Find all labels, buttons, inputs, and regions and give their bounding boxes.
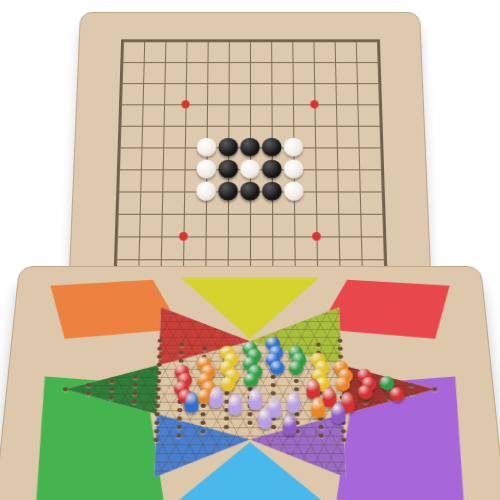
white-go-stone[interactable]: [284, 138, 304, 157]
yellow-marble-peg[interactable]: [220, 377, 235, 391]
peg-hole[interactable]: [224, 425, 229, 429]
peg-hole[interactable]: [315, 343, 320, 347]
lavender-pawn-peg[interactable]: [228, 394, 242, 415]
peg-hole[interactable]: [408, 383, 414, 387]
lavender-pawn-peg[interactable]: [287, 392, 301, 413]
peg-hole[interactable]: [318, 425, 323, 429]
peg-hole[interactable]: [224, 391, 229, 395]
purple-pawn-peg[interactable]: [282, 414, 296, 435]
white-go-stone[interactable]: [196, 182, 216, 201]
peg-hole[interactable]: [271, 425, 276, 429]
peg-hole[interactable]: [270, 375, 275, 379]
black-go-stone[interactable]: [218, 182, 238, 201]
peg-hole[interactable]: [409, 391, 415, 395]
lavender-pawn-peg[interactable]: [248, 389, 262, 410]
peg-hole[interactable]: [247, 420, 252, 424]
product-photo-stage: [0, 0, 500, 500]
go-star-point: [310, 100, 318, 108]
black-go-stone[interactable]: [240, 138, 260, 157]
peg-hole[interactable]: [224, 416, 229, 420]
white-go-stone[interactable]: [196, 160, 216, 179]
peg-hole[interactable]: [338, 347, 343, 351]
lavender-pawn-peg[interactable]: [258, 407, 272, 428]
white-go-stone[interactable]: [284, 182, 304, 201]
lavender-pawn-peg[interactable]: [209, 387, 223, 408]
peg-hole[interactable]: [202, 347, 207, 351]
chinese-checkers-wrap: [0, 266, 500, 500]
white-go-stone[interactable]: [284, 160, 304, 179]
peg-hole[interactable]: [294, 412, 299, 416]
go-star-point: [312, 232, 321, 241]
black-go-stone[interactable]: [262, 160, 282, 179]
black-go-stone[interactable]: [262, 182, 282, 201]
green-marble-peg[interactable]: [289, 361, 304, 375]
peg-hole[interactable]: [341, 429, 347, 433]
green-marble-peg[interactable]: [244, 373, 259, 387]
black-go-stone[interactable]: [218, 138, 238, 157]
peg-hole[interactable]: [432, 387, 438, 391]
peg-hole[interactable]: [341, 437, 347, 441]
black-go-stone[interactable]: [218, 160, 238, 179]
peg-hole[interactable]: [318, 433, 324, 437]
chinese-checkers-board[interactable]: [0, 266, 500, 500]
black-go-stone[interactable]: [240, 182, 260, 201]
peg-hole[interactable]: [338, 339, 343, 343]
peg-hole[interactable]: [179, 343, 184, 347]
white-go-stone[interactable]: [240, 160, 260, 179]
blue-marble-peg[interactable]: [270, 361, 285, 375]
peg-hole[interactable]: [201, 420, 206, 424]
peg-hole[interactable]: [200, 429, 205, 433]
peg-hole[interactable]: [363, 400, 369, 404]
peg-hole[interactable]: [247, 412, 252, 416]
peg-hole[interactable]: [293, 387, 298, 391]
peg-hole[interactable]: [338, 355, 343, 359]
peg-hole[interactable]: [270, 383, 275, 387]
black-go-stone[interactable]: [262, 138, 282, 157]
white-go-stone[interactable]: [197, 138, 217, 157]
blue-pawn-peg[interactable]: [184, 392, 198, 413]
peg-hole[interactable]: [293, 379, 298, 383]
orange-marble-peg[interactable]: [335, 377, 350, 391]
red-marble-peg[interactable]: [358, 385, 374, 399]
red-marble-peg[interactable]: [389, 387, 405, 402]
peg-hole[interactable]: [270, 391, 275, 395]
peg-hole[interactable]: [177, 408, 182, 412]
